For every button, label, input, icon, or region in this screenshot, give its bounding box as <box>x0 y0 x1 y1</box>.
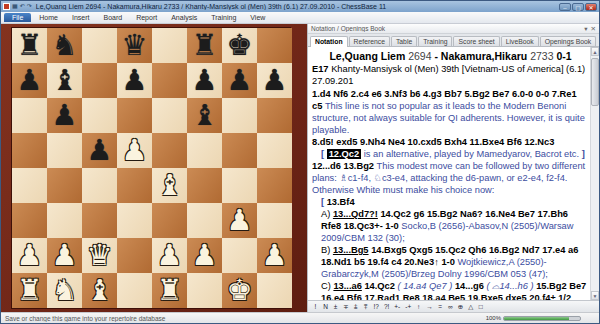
black-bishop[interactable]: ♝ <box>52 63 78 98</box>
square-h4[interactable] <box>257 168 292 203</box>
move-text[interactable]: A) <box>321 209 333 219</box>
notation-paragraph: 12...d6 13.Bg2 This modest move can be f… <box>312 160 589 196</box>
move-text[interactable]: B) <box>321 245 333 255</box>
board-panel: ♜♞♛♜♚♟♝♟♟♟♟♟♝♟♟♝♟♟♟♛♟♟♟♜♞♝♜♚ abcdefgh <box>1 24 307 312</box>
notation-panel: Notation / Openings Book ▾ ✕ NotationRef… <box>307 24 599 312</box>
square-g1[interactable]: ♚ <box>222 273 257 308</box>
square-a2[interactable]: ♟ <box>12 238 47 273</box>
comment-text: 2733 <box>530 50 553 62</box>
white-pawn[interactable]: ♟ <box>122 133 148 168</box>
white-bishop[interactable]: ♝ <box>157 168 183 203</box>
black-pawn[interactable]: ♟ <box>262 63 288 98</box>
square-f5[interactable] <box>187 133 222 168</box>
square-b4[interactable] <box>47 168 82 203</box>
black-pawn[interactable]: ♟ <box>122 63 148 98</box>
status-bar: Save or change this game into your reper… <box>1 312 599 323</box>
black-knight[interactable]: ♞ <box>52 28 78 63</box>
white-rook[interactable]: ♜ <box>17 273 43 308</box>
panel-caption-bar: Notation / Openings Book ▾ ✕ <box>308 24 599 34</box>
square-d4[interactable] <box>117 168 152 203</box>
white-pawn[interactable]: ♟ <box>17 238 43 273</box>
menu-item-file[interactable]: File <box>4 13 31 22</box>
square-e4[interactable]: ♝ <box>152 168 187 203</box>
square-g5[interactable] <box>222 133 257 168</box>
annotation-button[interactable]: □ <box>476 301 485 313</box>
white-pawn[interactable]: ♟ <box>192 238 218 273</box>
square-b6[interactable]: ♟ <box>47 98 82 133</box>
move-text[interactable]: 8.d5! exd5 9.Nh4 Ne4 10.cxd5 Bxh4 11.Bxe… <box>312 137 554 147</box>
square-a8[interactable]: ♜ <box>12 28 47 63</box>
move-text[interactable]: 1-0 <box>441 257 454 267</box>
annotation-button[interactable]: = <box>436 301 445 313</box>
square-a7[interactable]: ♟ <box>12 63 47 98</box>
comment-text: E17 <box>312 64 331 74</box>
square-c7[interactable] <box>82 63 117 98</box>
square-e6[interactable] <box>152 98 187 133</box>
square-d8[interactable]: ♛ <box>117 28 152 63</box>
white-bishop[interactable]: ♝ <box>87 273 113 308</box>
scrollbar-track[interactable] <box>591 56 599 291</box>
tab-score-sheet[interactable]: Score sheet <box>453 36 499 46</box>
white-king[interactable]: ♚ <box>227 273 253 308</box>
move-text[interactable]: 14.Qc2 <box>362 281 398 291</box>
square-f6[interactable]: ♝ <box>187 98 222 133</box>
comment-text: ( ⌓14...h6 ) <box>486 281 533 291</box>
status-text: Save or change this game into your reper… <box>5 315 486 322</box>
annotation-toolbar: !N±∓⩲⩱!??!+--+↑→=∞⊕△□ <box>308 300 599 312</box>
annotation-button[interactable]: ?! <box>382 301 391 313</box>
white-rook[interactable]: ♜ <box>157 273 183 308</box>
menu-item-view[interactable]: View <box>244 13 271 22</box>
panel-caption: Notation / Openings Book <box>311 25 581 32</box>
chessbase-window: ▦ ↶ ↷ Le,Quang Liem 2694 - Nakamura,Hika… <box>0 0 600 324</box>
comment-text: Le,Quang Liem <box>329 50 408 62</box>
square-e1[interactable]: ♜ <box>152 273 187 308</box>
square-h6[interactable] <box>257 98 292 133</box>
square-h5[interactable] <box>257 133 292 168</box>
minimize-button[interactable]: – <box>559 3 571 11</box>
white-pawn[interactable]: ♟ <box>262 238 288 273</box>
move-text[interactable]: 12...d6 13.Bg2 <box>312 161 377 171</box>
tab-training[interactable]: Training <box>418 36 452 46</box>
square-e2[interactable]: ♟ <box>152 238 187 273</box>
board-frame: ♜♞♛♜♚♟♝♟♟♟♟♟♝♟♟♝♟♟♟♛♟♟♟♜♞♝♜♚ abcdefgh <box>1 24 307 312</box>
window-controls: – ▢ ✕ <box>559 3 597 11</box>
black-pawn[interactable]: ♟ <box>52 98 78 133</box>
square-f3[interactable] <box>187 203 222 238</box>
quick-access-redo-icon[interactable]: ↷ <box>27 3 32 10</box>
square-b3[interactable] <box>47 203 82 238</box>
square-d6[interactable] <box>117 98 152 133</box>
square-h2[interactable]: ♟ <box>257 238 292 273</box>
notation-paragraph: Le,Quang Liem 2694 - Nakamura,Hikaru 273… <box>312 49 589 63</box>
square-e5[interactable] <box>152 133 187 168</box>
square-e7[interactable] <box>152 63 187 98</box>
square-e3[interactable] <box>152 203 187 238</box>
white-pawn[interactable]: ♟ <box>52 238 78 273</box>
square-e8[interactable] <box>152 28 187 63</box>
progress-indicator: 100% <box>486 315 581 321</box>
black-pawn[interactable]: ♟ <box>87 133 113 168</box>
black-pawn[interactable]: ♟ <box>192 63 218 98</box>
title-bar: ▦ ↶ ↷ Le,Quang Liem 2694 - Nakamura,Hika… <box>1 1 599 12</box>
square-f2[interactable]: ♟ <box>187 238 222 273</box>
square-g8[interactable]: ♚ <box>222 28 257 63</box>
annotation-button[interactable]: ! <box>311 301 320 313</box>
square-h3[interactable] <box>257 203 292 238</box>
annotation-button[interactable]: ∞ <box>446 301 455 313</box>
move-text[interactable]: 14...g6 <box>452 281 486 291</box>
square-b2[interactable]: ♟ <box>47 238 82 273</box>
move-text[interactable]: 1/2 <box>558 293 571 300</box>
tab-openings-book[interactable]: Openings Book <box>540 36 596 46</box>
annotation-button[interactable]: ⊕ <box>456 301 465 313</box>
comment-text: 0-1 <box>554 50 572 62</box>
square-a3[interactable] <box>12 203 47 238</box>
move-text[interactable]: 13.Bf4 <box>327 197 355 207</box>
square-c2[interactable]: ♛ <box>82 238 117 273</box>
square-g7[interactable]: ♟ <box>222 63 257 98</box>
square-g3[interactable]: ♟ <box>222 203 257 238</box>
selected-move[interactable]: 12.Qc2 <box>327 149 362 159</box>
white-knight[interactable]: ♞ <box>52 273 78 308</box>
square-h1[interactable] <box>257 273 292 308</box>
notation-paragraph: C) 13...a6 14.Qc2 ( 14.a4 Qe7 ) 14...g6 … <box>312 280 589 300</box>
chess-board[interactable]: ♜♞♛♜♚♟♝♟♟♟♟♟♝♟♟♝♟♟♟♛♟♟♟♜♞♝♜♚ <box>11 27 291 309</box>
quick-access-save-icon[interactable]: ▦ <box>12 3 18 10</box>
annotation-button[interactable]: ↑ <box>414 301 423 313</box>
ribbon-menu: FileHomeInsertBoardReportAnalysisTrainin… <box>1 12 599 24</box>
comment-text: ] <box>582 149 585 159</box>
annotation-button[interactable]: +- <box>392 301 402 313</box>
annotation-button[interactable]: ⩱ <box>361 301 370 313</box>
progress-track <box>503 316 581 321</box>
square-a4[interactable] <box>12 168 47 203</box>
comment-text: ( 14.a4 Qe7 ) <box>398 281 453 291</box>
notation-paragraph: E17 Khanty-Mansiysk ol (Men) 39th [Vietn… <box>312 63 589 87</box>
square-f7[interactable]: ♟ <box>187 63 222 98</box>
window-title: Le,Quang Liem 2694 - Nakamura,Hikaru 273… <box>34 3 559 10</box>
comment-text: Khanty-Mansiysk ol (Men) 39th [Vietnam-U… <box>312 64 585 86</box>
square-h7[interactable]: ♟ <box>257 63 292 98</box>
square-f1[interactable] <box>187 273 222 308</box>
black-pawn[interactable]: ♟ <box>227 63 253 98</box>
move-text[interactable]: 1-0 <box>385 221 398 231</box>
close-button[interactable]: ✕ <box>585 3 597 11</box>
menu-item-insert[interactable]: Insert <box>66 13 96 22</box>
move-text[interactable]: 13...a6 <box>333 281 361 291</box>
square-d3[interactable] <box>117 203 152 238</box>
square-c1[interactable]: ♝ <box>82 273 117 308</box>
square-b7[interactable]: ♝ <box>47 63 82 98</box>
white-pawn[interactable]: ♟ <box>157 238 183 273</box>
comment-text: This line is not so popular as it leads … <box>312 101 585 135</box>
notation-scrollbar[interactable]: ▲ ▼ <box>590 47 599 300</box>
square-d5[interactable]: ♟ <box>117 133 152 168</box>
square-g6[interactable] <box>222 98 257 133</box>
menu-item-board[interactable]: Board <box>97 13 128 22</box>
annotation-button[interactable]: !? <box>371 301 380 313</box>
menu-item-analysis[interactable]: Analysis <box>165 13 203 22</box>
square-b8[interactable]: ♞ <box>47 28 82 63</box>
black-rook[interactable]: ♜ <box>192 28 218 63</box>
black-bishop[interactable]: ♝ <box>192 98 218 133</box>
menu-item-training[interactable]: Training <box>205 13 242 22</box>
panel-close-icon[interactable]: ✕ <box>591 25 596 33</box>
progress-label: 100% <box>486 315 501 321</box>
annotation-button[interactable]: -+ <box>403 301 413 313</box>
square-a5[interactable] <box>12 133 47 168</box>
square-b5[interactable] <box>47 133 82 168</box>
game-notation: Le,Quang Liem 2694 - Nakamura,Hikaru 273… <box>308 47 590 300</box>
annotation-button[interactable]: → <box>424 301 435 313</box>
comment-text: is an alternative, played by Mamedyarov,… <box>361 149 581 159</box>
move-text[interactable]: C) <box>321 281 333 291</box>
tab-livebook[interactable]: LiveBook <box>501 36 539 46</box>
square-f8[interactable]: ♜ <box>187 28 222 63</box>
square-a1[interactable]: ♜ <box>12 273 47 308</box>
main-content: ♜♞♛♜♚♟♝♟♟♟♟♟♝♟♟♝♟♟♟♛♟♟♟♜♞♝♜♚ abcdefgh No… <box>1 24 599 312</box>
square-d1[interactable] <box>117 273 152 308</box>
quick-access-undo-icon[interactable]: ↶ <box>20 3 25 10</box>
notation-paragraph: B) 13...Bg5 14.Bxg5 Qxg5 15.Qc2 Qh6 16.B… <box>312 244 589 280</box>
square-h8[interactable] <box>257 28 292 63</box>
notation-paragraph: 8.d5! exd5 9.Nh4 Ne4 10.cxd5 Bxh4 11.Bxe… <box>312 136 589 148</box>
notation-paragraph: [ 13.Bf4 <box>312 196 589 208</box>
square-a6[interactable] <box>12 98 47 133</box>
scroll-down-icon[interactable]: ▼ <box>591 291 599 300</box>
move-text[interactable]: 13...Bg5 <box>333 245 369 255</box>
tab-reference[interactable]: Reference <box>349 36 390 46</box>
menu-item-home[interactable]: Home <box>33 13 64 22</box>
annotation-button[interactable]: ∓ <box>341 301 350 313</box>
comment-text: 2694 <box>408 50 431 62</box>
menu-item-report[interactable]: Report <box>130 13 163 22</box>
black-king[interactable]: ♚ <box>227 28 253 63</box>
square-f4[interactable] <box>187 168 222 203</box>
annotation-button[interactable]: N <box>321 301 330 313</box>
notation-paragraph: 1.d4 Nf6 2.c4 e6 3.Nf3 b6 4.g3 Bb7 5.Bg2… <box>312 88 589 136</box>
annotation-button[interactable]: ± <box>331 301 340 313</box>
black-queen[interactable]: ♛ <box>122 28 148 63</box>
tab-notation[interactable]: Notation <box>310 36 348 47</box>
panel-tabs: NotationReferenceTableTrainingScore shee… <box>308 34 599 47</box>
square-d7[interactable]: ♟ <box>117 63 152 98</box>
square-g2[interactable] <box>222 238 257 273</box>
maximize-button[interactable]: ▢ <box>572 3 584 11</box>
scroll-up-icon[interactable]: ▲ <box>591 47 599 56</box>
square-d2[interactable] <box>117 238 152 273</box>
annotation-button[interactable]: ⩲ <box>351 301 360 313</box>
square-b1[interactable]: ♞ <box>47 273 82 308</box>
notation-area: Le,Quang Liem 2694 - Nakamura,Hikaru 273… <box>308 47 599 300</box>
move-text[interactable]: 13...Qd7?! <box>333 209 378 219</box>
white-queen[interactable]: ♛ <box>87 238 113 273</box>
square-c3[interactable] <box>82 203 117 238</box>
scrollbar-thumb[interactable] <box>591 58 599 106</box>
app-icon <box>3 3 10 10</box>
white-pawn[interactable]: ♟ <box>227 203 253 238</box>
square-c8[interactable] <box>82 28 117 63</box>
progress-fill <box>504 317 569 320</box>
square-g4[interactable] <box>222 168 257 203</box>
black-rook[interactable]: ♜ <box>17 28 43 63</box>
comment-text: - Nakamura,Hikaru <box>432 50 531 62</box>
black-pawn[interactable]: ♟ <box>17 63 43 98</box>
panel-dropdown-icon[interactable]: ▾ <box>584 25 587 33</box>
notation-paragraph: [ 12.Qc2 is an alternative, played by Ma… <box>312 148 589 160</box>
square-c5[interactable]: ♟ <box>82 133 117 168</box>
notation-paragraph: A) 13...Qd7?! 14.Qc2 g6 15.Bg2 Na6? 16.N… <box>312 208 589 244</box>
square-c6[interactable] <box>82 98 117 133</box>
square-c4[interactable] <box>82 168 117 203</box>
annotation-button[interactable]: △ <box>466 301 475 313</box>
comment-text: [ <box>321 149 327 159</box>
tab-table[interactable]: Table <box>391 36 417 46</box>
